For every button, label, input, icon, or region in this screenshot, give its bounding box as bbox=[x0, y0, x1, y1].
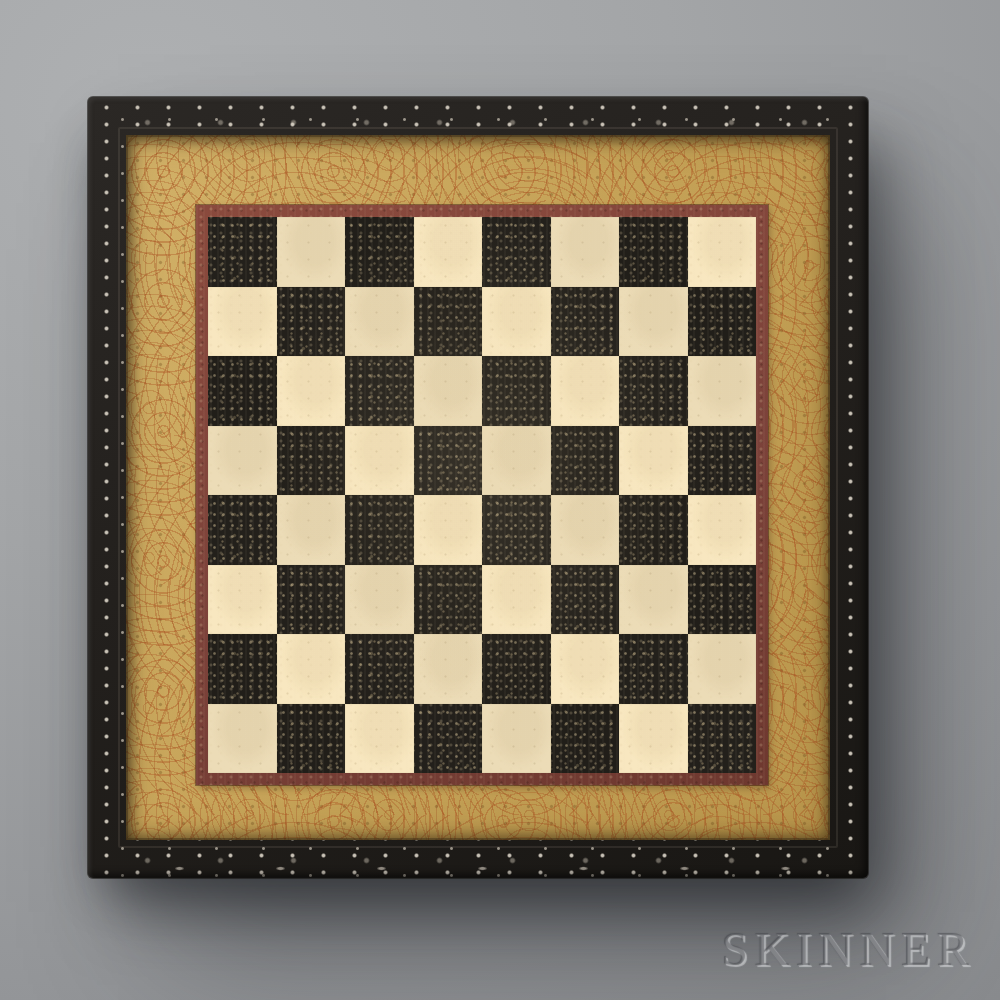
board-square bbox=[619, 287, 688, 357]
board-square bbox=[208, 356, 277, 426]
board-square bbox=[551, 217, 620, 287]
skinner-watermark: SKINNER bbox=[722, 925, 976, 974]
board-square bbox=[482, 565, 551, 635]
board-square bbox=[688, 634, 757, 704]
board-square bbox=[414, 704, 483, 774]
board-square bbox=[277, 356, 346, 426]
board-square bbox=[345, 495, 414, 565]
checkerboard bbox=[208, 217, 756, 773]
board-square bbox=[414, 356, 483, 426]
board-square bbox=[551, 704, 620, 774]
board-square bbox=[551, 634, 620, 704]
board-square bbox=[345, 217, 414, 287]
board-square bbox=[277, 495, 346, 565]
board-square bbox=[345, 634, 414, 704]
board-square bbox=[619, 495, 688, 565]
board-square bbox=[414, 287, 483, 357]
board-square bbox=[688, 704, 757, 774]
board-square bbox=[482, 704, 551, 774]
board-square bbox=[277, 704, 346, 774]
board-square bbox=[277, 634, 346, 704]
board-square bbox=[208, 217, 277, 287]
board-square bbox=[619, 426, 688, 496]
board-square bbox=[208, 565, 277, 635]
board-square bbox=[277, 217, 346, 287]
board-square bbox=[208, 704, 277, 774]
board-square bbox=[551, 287, 620, 357]
board-square bbox=[619, 356, 688, 426]
board-square bbox=[551, 565, 620, 635]
board-square bbox=[414, 634, 483, 704]
board-square bbox=[688, 426, 757, 496]
board-square bbox=[619, 217, 688, 287]
board-square bbox=[688, 495, 757, 565]
board-square bbox=[688, 287, 757, 357]
board-square bbox=[414, 495, 483, 565]
board-square bbox=[482, 426, 551, 496]
burl-painted-border bbox=[126, 135, 830, 840]
board-square bbox=[345, 426, 414, 496]
board-square bbox=[551, 356, 620, 426]
board-square bbox=[277, 426, 346, 496]
board-square bbox=[619, 634, 688, 704]
board-square bbox=[414, 565, 483, 635]
board-square bbox=[345, 565, 414, 635]
board-square bbox=[345, 287, 414, 357]
board-square bbox=[482, 356, 551, 426]
board-square bbox=[208, 634, 277, 704]
photo-backdrop: SKINNER bbox=[0, 0, 1000, 1000]
board-square bbox=[619, 565, 688, 635]
board-square bbox=[208, 426, 277, 496]
board-square bbox=[345, 356, 414, 426]
board-square bbox=[551, 426, 620, 496]
board-square bbox=[482, 287, 551, 357]
board-square bbox=[345, 704, 414, 774]
board-square bbox=[551, 495, 620, 565]
board-square bbox=[482, 495, 551, 565]
board-square bbox=[414, 426, 483, 496]
board-square bbox=[208, 495, 277, 565]
board-square bbox=[619, 704, 688, 774]
board-square bbox=[277, 565, 346, 635]
board-square bbox=[482, 634, 551, 704]
board-square bbox=[414, 217, 483, 287]
board-square bbox=[688, 356, 757, 426]
board-square bbox=[277, 287, 346, 357]
board-square bbox=[688, 565, 757, 635]
board-square bbox=[208, 287, 277, 357]
board-square bbox=[688, 217, 757, 287]
board-square bbox=[482, 217, 551, 287]
maroon-inner-border bbox=[196, 205, 768, 785]
game-board-frame bbox=[88, 97, 868, 878]
